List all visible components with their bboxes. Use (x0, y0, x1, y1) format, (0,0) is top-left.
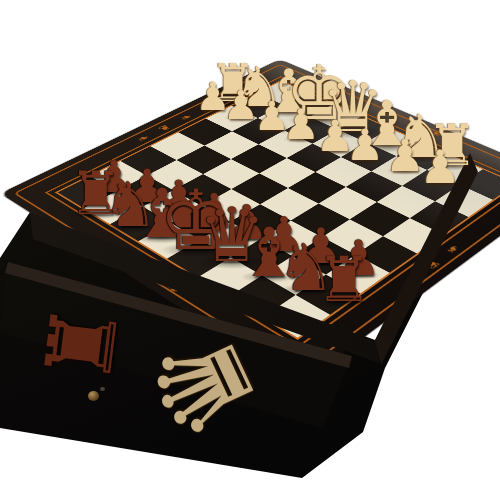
product-photo-canvas: { "game": "chess", "scene": "wooden ches… (0, 0, 500, 500)
piece-light-pawn-a2[interactable]: ♟ (419, 144, 460, 190)
piece-dark-rook-a8[interactable]: ♜ (316, 249, 372, 311)
piece-light-pawn-e2[interactable]: ♟ (282, 104, 320, 146)
drawer-knob[interactable] (88, 391, 99, 401)
piece-dark-rook-drawer[interactable]: ♜ (32, 298, 132, 390)
piece-light-pawn-c2[interactable]: ♟ (346, 124, 385, 167)
